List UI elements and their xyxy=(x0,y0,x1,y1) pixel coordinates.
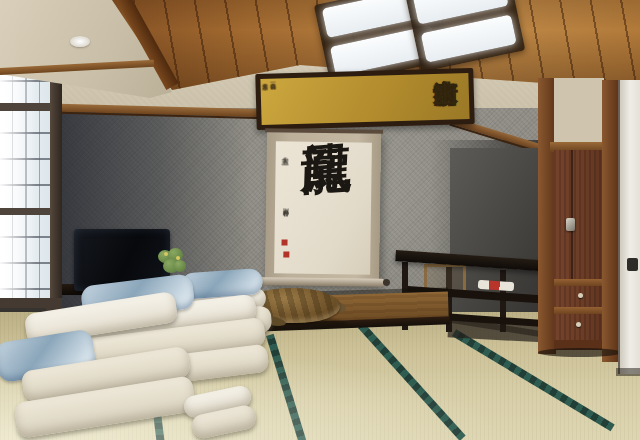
red-seal-stamp-1 xyxy=(281,239,287,245)
scroll-inscription-bottom: 嘱 朴峰書 xyxy=(283,203,289,205)
plant-foliage xyxy=(174,260,186,272)
closet-rail xyxy=(554,279,606,286)
plaque-signature-column-2: 竹亭主人書 xyxy=(261,79,269,119)
window-post xyxy=(50,56,62,326)
roller-knob-right xyxy=(383,279,390,286)
sliding-door-handle xyxy=(627,258,638,271)
white-sliding-door xyxy=(618,80,640,374)
closet-door-handle xyxy=(566,218,575,231)
scroll-top-rod xyxy=(265,128,383,134)
scroll-calligraphy-text: 龍鳳 xyxy=(301,144,361,145)
hanging-scroll: 龍鳳 大谷主人 嘱 朴峰書 xyxy=(265,131,381,285)
closet-base-shadow xyxy=(538,348,622,357)
closet-rail2 xyxy=(554,307,606,314)
smoke-detector xyxy=(70,36,90,47)
plaque-signature-column-1: 為公谷偶一首 xyxy=(269,78,277,118)
plant-bloom xyxy=(176,256,180,260)
closet-header-wall xyxy=(554,78,604,150)
plaque-calligraphy-text: 音清有水山 xyxy=(307,76,458,114)
drawer-pull-1 xyxy=(578,293,583,298)
red-seal-stamp-2 xyxy=(283,251,289,257)
drawer-pull-2 xyxy=(576,322,581,327)
plant-bloom xyxy=(164,252,168,256)
japanese-room-photo: 為公谷偶一首 竹亭主人書 音清有水山 龍鳳 大谷主人 嘱 朴峰書 xyxy=(0,0,640,440)
sliding-door-shadow xyxy=(616,368,640,376)
closet-doors xyxy=(554,150,606,350)
window-glow xyxy=(0,56,36,320)
calligraphy-plaque-frame: 為公谷偶一首 竹亭主人書 音清有水山 xyxy=(255,68,474,130)
